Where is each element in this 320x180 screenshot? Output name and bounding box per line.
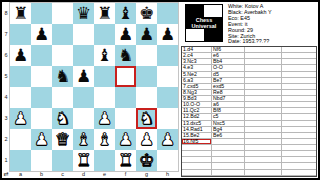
square-f7[interactable]: ♟ [115, 24, 136, 45]
square-e1[interactable] [94, 150, 115, 171]
file-label-d: d [73, 171, 94, 178]
square-f1[interactable]: ♜ [115, 150, 136, 171]
file-label-h: h [157, 171, 178, 178]
square-h8[interactable] [157, 3, 178, 24]
move-cell-empty [212, 170, 245, 176]
file-label-g: g [136, 171, 157, 178]
rank-label-2: 2 [2, 129, 10, 150]
board: ♜♛♜♝♚♟♟♟♟♟♝♞♞♟♟♞♟♞♟♛♝♝♟♟♟♜♜♚ [10, 3, 178, 171]
black-pawn-piece[interactable]: ♟ [115, 24, 136, 45]
square-e4[interactable] [94, 87, 115, 108]
square-f5[interactable] [115, 66, 136, 87]
black-king-piece[interactable]: ♚ [136, 3, 157, 24]
square-d3[interactable] [73, 108, 94, 129]
square-a7[interactable] [10, 24, 31, 45]
black-pawn-piece[interactable]: ♟ [136, 24, 157, 45]
white-pawn-piece[interactable]: ♟ [115, 129, 136, 150]
file-label-f: f [115, 171, 136, 178]
square-f4[interactable] [115, 87, 136, 108]
square-f3[interactable] [115, 108, 136, 129]
move-cell-empty [245, 170, 282, 176]
white-pawn-piece[interactable]: ♟ [157, 129, 178, 150]
black-queen-piece[interactable]: ♛ [73, 3, 94, 24]
square-h4[interactable] [157, 87, 178, 108]
white-knight-piece[interactable]: ♞ [136, 108, 157, 129]
black-pawn-piece[interactable]: ♟ [10, 45, 31, 66]
square-e6[interactable]: ♝ [94, 45, 115, 66]
square-g7[interactable]: ♟ [136, 24, 157, 45]
square-h6[interactable] [157, 45, 178, 66]
square-c6[interactable] [52, 45, 73, 66]
rank-label-3: 3 [2, 108, 10, 129]
square-g2[interactable]: ♟ [136, 129, 157, 150]
square-c4[interactable] [52, 87, 73, 108]
black-pawn-piece[interactable]: ♟ [157, 24, 178, 45]
rank-label-1: 1 [2, 150, 10, 171]
square-c2[interactable]: ♛ [52, 129, 73, 150]
square-a2[interactable] [10, 129, 31, 150]
square-e2[interactable]: ♝ [94, 129, 115, 150]
rank-label-4: 4 [2, 87, 10, 108]
rank-label-5: 5 [2, 66, 10, 87]
square-g1[interactable]: ♚ [136, 150, 157, 171]
black-pawn-piece[interactable]: ♟ [73, 66, 94, 87]
square-f6[interactable]: ♞ [115, 45, 136, 66]
logo-text: Chess Universal [186, 17, 222, 29]
square-c3[interactable]: ♞ [52, 108, 73, 129]
white-pawn-piece[interactable]: ♟ [136, 129, 157, 150]
white-pawn-piece[interactable]: ♟ [10, 108, 31, 129]
white-pawn-piece[interactable]: ♟ [31, 129, 52, 150]
square-c8[interactable] [52, 3, 73, 24]
black-pawn-piece[interactable]: ♟ [31, 24, 52, 45]
white-queen-piece[interactable]: ♛ [52, 129, 73, 150]
move-cell-empty [282, 170, 316, 176]
square-b1[interactable] [31, 150, 52, 171]
square-a4[interactable] [10, 87, 31, 108]
square-h3[interactable] [157, 108, 178, 129]
flip-board-icon[interactable]: ⇄ [2, 170, 10, 178]
black-knight-piece[interactable]: ♞ [115, 45, 136, 66]
move-list: 1.d4Nf62.c4e63.Nc3Bb44.e3O-O5.Ne2d56.a3B… [181, 46, 317, 177]
square-b2[interactable]: ♟ [31, 129, 52, 150]
square-g4[interactable] [136, 87, 157, 108]
square-a5[interactable] [10, 66, 31, 87]
white-king-piece[interactable]: ♚ [136, 150, 157, 171]
white-knight-piece[interactable]: ♞ [52, 108, 73, 129]
file-label-b: b [31, 171, 52, 178]
square-b8[interactable] [31, 3, 52, 24]
square-g8[interactable]: ♚ [136, 3, 157, 24]
square-a6[interactable]: ♟ [10, 45, 31, 66]
black-rook-piece[interactable]: ♜ [94, 3, 115, 24]
square-e8[interactable]: ♜ [94, 3, 115, 24]
square-e5[interactable] [94, 66, 115, 87]
square-f2[interactable]: ♟ [115, 129, 136, 150]
rank-label-8: 8 [2, 3, 10, 24]
white-rook-piece[interactable]: ♜ [73, 150, 94, 171]
square-g6[interactable] [136, 45, 157, 66]
black-knight-piece[interactable]: ♞ [52, 66, 73, 87]
file-label-e: e [94, 171, 115, 178]
square-d4[interactable] [73, 87, 94, 108]
square-e3[interactable]: ♟ [94, 108, 115, 129]
file-label-c: c [52, 171, 73, 178]
game-header: White: Kotov ABlack: Averbakh YEco: E45E… [228, 4, 318, 45]
square-g3[interactable]: ♞ [136, 108, 157, 129]
square-c5[interactable]: ♞ [52, 66, 73, 87]
square-b3[interactable] [31, 108, 52, 129]
file-labels: abcdefgh [10, 171, 178, 178]
square-b6[interactable] [31, 45, 52, 66]
square-b5[interactable] [31, 66, 52, 87]
square-f8[interactable]: ♝ [115, 3, 136, 24]
square-e7[interactable] [94, 24, 115, 45]
chess-app-window: 87654321 ♜♛♜♝♚♟♟♟♟♟♝♞♞♟♟♞♟♞♟♛♝♝♟♟♟♜♜♚ ab… [0, 0, 320, 180]
square-a8[interactable]: ♜ [10, 3, 31, 24]
square-d6[interactable] [73, 45, 94, 66]
square-a1[interactable] [10, 150, 31, 171]
square-h2[interactable]: ♟ [157, 129, 178, 150]
black-rook-piece[interactable]: ♜ [10, 3, 31, 24]
square-h5[interactable] [157, 66, 178, 87]
rank-labels: 87654321 [2, 3, 10, 171]
square-h1[interactable] [157, 150, 178, 171]
white-bishop-piece[interactable]: ♝ [94, 129, 115, 150]
square-h7[interactable]: ♟ [157, 24, 178, 45]
rank-label-6: 6 [2, 45, 10, 66]
square-c1[interactable] [52, 150, 73, 171]
white-pawn-piece[interactable]: ♟ [94, 108, 115, 129]
square-d7[interactable] [73, 24, 94, 45]
square-c7[interactable] [52, 24, 73, 45]
square-b4[interactable] [31, 87, 52, 108]
square-d1[interactable]: ♜ [73, 150, 94, 171]
logo-line-2: Universal [186, 23, 222, 29]
move-cell-empty [182, 170, 212, 176]
rank-label-7: 7 [2, 24, 10, 45]
black-bishop-piece[interactable]: ♝ [94, 45, 115, 66]
white-bishop-piece[interactable]: ♝ [73, 129, 94, 150]
white-rook-piece[interactable]: ♜ [115, 150, 136, 171]
square-a3[interactable]: ♟ [10, 108, 31, 129]
square-d2[interactable]: ♝ [73, 129, 94, 150]
chess-universal-logo: Chess Universal [185, 4, 223, 42]
header-line-6: Date: 1953.??.?? [228, 39, 318, 45]
square-d5[interactable]: ♟ [73, 66, 94, 87]
square-d8[interactable]: ♛ [73, 3, 94, 24]
square-g5[interactable] [136, 66, 157, 87]
black-bishop-piece[interactable]: ♝ [115, 3, 136, 24]
file-label-a: a [10, 171, 31, 178]
square-b7[interactable]: ♟ [31, 24, 52, 45]
